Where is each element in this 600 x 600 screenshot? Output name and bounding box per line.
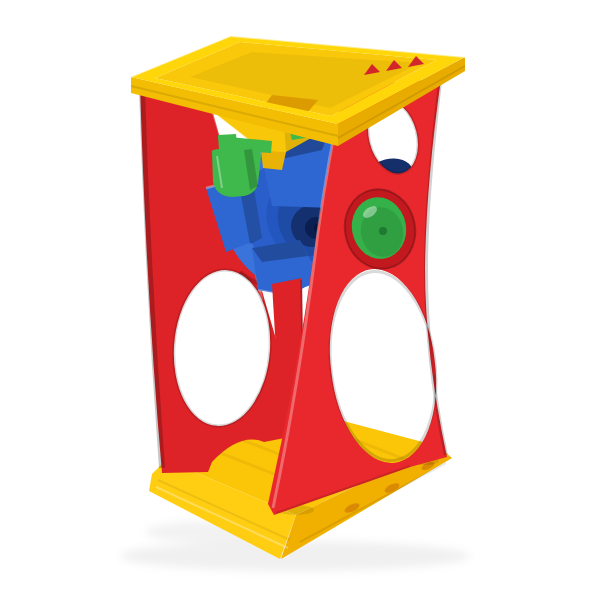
knob-center bbox=[379, 227, 387, 235]
funnel-spout bbox=[261, 151, 286, 170]
product-photo bbox=[0, 0, 600, 600]
sand-wheel-toy-illustration bbox=[0, 0, 600, 600]
